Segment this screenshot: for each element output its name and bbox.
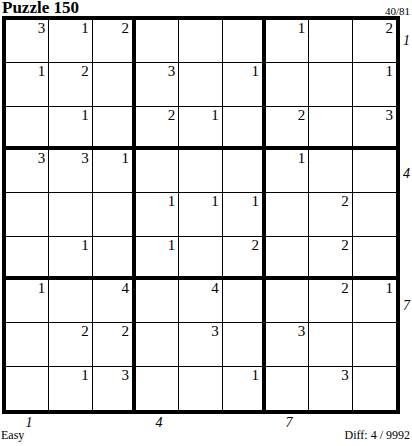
given-digit: 1 bbox=[81, 367, 89, 383]
cell-r1c1[interactable]: 3 bbox=[6, 20, 49, 63]
cell-r8c9[interactable] bbox=[353, 323, 396, 366]
cell-r6c3[interactable] bbox=[93, 237, 136, 280]
cell-r7c1[interactable]: 1 bbox=[6, 280, 49, 323]
cell-r4c5[interactable] bbox=[179, 150, 222, 193]
given-digit: 1 bbox=[121, 150, 129, 166]
given-digit: 3 bbox=[38, 20, 46, 36]
cell-r6c4[interactable]: 1 bbox=[136, 237, 179, 280]
cell-r3c6[interactable] bbox=[223, 107, 266, 150]
cell-r8c3[interactable]: 2 bbox=[93, 323, 136, 366]
cell-r9c6[interactable]: 1 bbox=[223, 367, 266, 410]
cell-r1c2[interactable]: 1 bbox=[49, 20, 92, 63]
cell-r9c1[interactable] bbox=[6, 367, 49, 410]
cell-r3c2[interactable]: 1 bbox=[49, 107, 92, 150]
cell-r3c9[interactable]: 3 bbox=[353, 107, 396, 150]
cell-r8c5[interactable]: 3 bbox=[179, 323, 222, 366]
cell-r8c6[interactable] bbox=[223, 323, 266, 366]
cell-r6c5[interactable] bbox=[179, 237, 222, 280]
cell-r9c8[interactable]: 3 bbox=[309, 367, 352, 410]
cell-r2c3[interactable] bbox=[93, 63, 136, 106]
cell-r7c2[interactable] bbox=[49, 280, 92, 323]
cell-r5c3[interactable] bbox=[93, 193, 136, 236]
cell-r3c8[interactable] bbox=[309, 107, 352, 150]
cell-r7c6[interactable] bbox=[223, 280, 266, 323]
cell-r4c1[interactable]: 3 bbox=[6, 150, 49, 193]
cell-r7c7[interactable] bbox=[266, 280, 309, 323]
cell-r9c5[interactable] bbox=[179, 367, 222, 410]
cell-r2c5[interactable] bbox=[179, 63, 222, 106]
cell-r9c9[interactable] bbox=[353, 367, 396, 410]
cell-r5c5[interactable]: 1 bbox=[179, 193, 222, 236]
given-digit: 2 bbox=[341, 280, 349, 296]
cell-r3c7[interactable]: 2 bbox=[266, 107, 309, 150]
cell-r2c1[interactable]: 1 bbox=[6, 63, 49, 106]
given-digit: 1 bbox=[81, 20, 89, 36]
cell-r9c7[interactable] bbox=[266, 367, 309, 410]
cell-r2c8[interactable] bbox=[309, 63, 352, 106]
cell-r7c8[interactable]: 2 bbox=[309, 280, 352, 323]
cell-r6c6[interactable]: 2 bbox=[223, 237, 266, 280]
given-digit: 3 bbox=[81, 150, 89, 166]
given-digit: 3 bbox=[38, 150, 46, 166]
given-digit: 2 bbox=[341, 237, 349, 253]
given-digit: 1 bbox=[251, 193, 259, 209]
given-digit: 1 bbox=[385, 63, 393, 79]
row-label-4: 4 bbox=[403, 167, 410, 181]
puzzle-page: { "game": "sudoku-style 9x9 puzzle grid … bbox=[0, 0, 412, 446]
cell-r1c3[interactable]: 2 bbox=[93, 20, 136, 63]
given-digit: 1 bbox=[211, 193, 219, 209]
cell-r1c4[interactable] bbox=[136, 20, 179, 63]
cell-r6c9[interactable] bbox=[353, 237, 396, 280]
given-digit: 1 bbox=[298, 150, 306, 166]
given-digit: 1 bbox=[211, 107, 219, 123]
given-digit: 4 bbox=[211, 280, 219, 296]
cell-r6c1[interactable] bbox=[6, 237, 49, 280]
col-label-4: 4 bbox=[156, 416, 163, 430]
given-digit: 3 bbox=[341, 367, 349, 383]
cell-r4c2[interactable]: 3 bbox=[49, 150, 92, 193]
cell-r1c5[interactable] bbox=[179, 20, 222, 63]
cell-r5c7[interactable] bbox=[266, 193, 309, 236]
given-digit: 3 bbox=[168, 63, 176, 79]
cell-r5c9[interactable] bbox=[353, 193, 396, 236]
given-digit: 1 bbox=[168, 193, 176, 209]
difficulty-label: Easy bbox=[1, 429, 24, 442]
cell-r8c8[interactable] bbox=[309, 323, 352, 366]
cell-r1c9[interactable]: 2 bbox=[353, 20, 396, 63]
page-title: Puzzle 150 bbox=[2, 0, 79, 16]
given-digit: 3 bbox=[298, 323, 306, 339]
given-digit: 2 bbox=[251, 237, 259, 253]
given-digit: 4 bbox=[121, 280, 129, 296]
cell-r6c7[interactable] bbox=[266, 237, 309, 280]
cell-r9c3[interactable]: 3 bbox=[93, 367, 136, 410]
cell-r8c2[interactable]: 2 bbox=[49, 323, 92, 366]
cell-r4c7[interactable]: 1 bbox=[266, 150, 309, 193]
given-digit: 2 bbox=[341, 193, 349, 209]
cell-r6c2[interactable]: 1 bbox=[49, 237, 92, 280]
given-digit: 2 bbox=[168, 107, 176, 123]
cell-r8c7[interactable]: 3 bbox=[266, 323, 309, 366]
cell-r9c4[interactable] bbox=[136, 367, 179, 410]
cell-r1c7[interactable]: 1 bbox=[266, 20, 309, 63]
cell-r7c3[interactable]: 4 bbox=[93, 280, 136, 323]
given-digit: 2 bbox=[385, 20, 393, 36]
given-digit: 3 bbox=[385, 107, 393, 123]
given-digit: 2 bbox=[81, 323, 89, 339]
cell-r2c2[interactable]: 2 bbox=[49, 63, 92, 106]
cell-r3c3[interactable] bbox=[93, 107, 136, 150]
given-digit: 1 bbox=[38, 63, 46, 79]
cell-r4c3[interactable]: 1 bbox=[93, 150, 136, 193]
cell-r1c8[interactable] bbox=[309, 20, 352, 63]
cell-r5c6[interactable]: 1 bbox=[223, 193, 266, 236]
cell-r8c1[interactable] bbox=[6, 323, 49, 366]
given-digit: 1 bbox=[81, 107, 89, 123]
cell-r2c4[interactable]: 3 bbox=[136, 63, 179, 106]
cell-r7c4[interactable] bbox=[136, 280, 179, 323]
cell-r5c8[interactable]: 2 bbox=[309, 193, 352, 236]
cell-r4c9[interactable] bbox=[353, 150, 396, 193]
cell-r4c8[interactable] bbox=[309, 150, 352, 193]
given-digit: 1 bbox=[81, 237, 89, 253]
row-label-1: 1 bbox=[403, 34, 410, 48]
col-label-1: 1 bbox=[26, 416, 33, 430]
cell-r7c9[interactable]: 1 bbox=[353, 280, 396, 323]
cell-r4c6[interactable] bbox=[223, 150, 266, 193]
given-digit: 2 bbox=[298, 107, 306, 123]
cell-r3c4[interactable]: 2 bbox=[136, 107, 179, 150]
cell-r2c7[interactable] bbox=[266, 63, 309, 106]
cell-r2c9[interactable]: 1 bbox=[353, 63, 396, 106]
board: 3121212311121233311111211221442122331313 bbox=[2, 16, 400, 414]
cell-r3c5[interactable]: 1 bbox=[179, 107, 222, 150]
cell-r5c1[interactable] bbox=[6, 193, 49, 236]
given-digit: 1 bbox=[251, 367, 259, 383]
cell-r6c8[interactable]: 2 bbox=[309, 237, 352, 280]
cell-r1c6[interactable] bbox=[223, 20, 266, 63]
cell-r9c2[interactable]: 1 bbox=[49, 367, 92, 410]
row-label-7: 7 bbox=[403, 299, 410, 313]
given-digit: 1 bbox=[251, 63, 259, 79]
given-digit: 2 bbox=[121, 323, 129, 339]
given-digit: 1 bbox=[385, 280, 393, 296]
cell-r5c4[interactable]: 1 bbox=[136, 193, 179, 236]
cell-r5c2[interactable] bbox=[49, 193, 92, 236]
diff-score: Diff: 4 / 9992 bbox=[345, 429, 410, 442]
given-digit: 1 bbox=[298, 20, 306, 36]
given-digit: 2 bbox=[121, 20, 129, 36]
cell-r7c5[interactable]: 4 bbox=[179, 280, 222, 323]
cell-r8c4[interactable] bbox=[136, 323, 179, 366]
cell-r3c1[interactable] bbox=[6, 107, 49, 150]
cell-r2c6[interactable]: 1 bbox=[223, 63, 266, 106]
given-digit: 1 bbox=[38, 280, 46, 296]
col-label-7: 7 bbox=[286, 416, 293, 430]
given-digit: 3 bbox=[121, 367, 129, 383]
given-digit: 2 bbox=[81, 63, 89, 79]
given-digit: 3 bbox=[211, 323, 219, 339]
cell-r4c4[interactable] bbox=[136, 150, 179, 193]
given-digit: 1 bbox=[168, 237, 176, 253]
